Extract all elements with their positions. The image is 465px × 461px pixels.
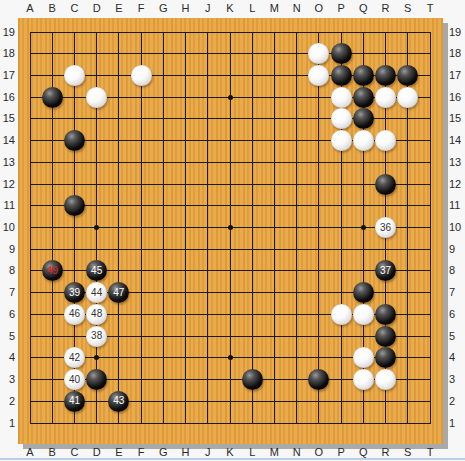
stone-D6: 48 <box>86 304 107 325</box>
stone-E7: 47 <box>108 282 129 303</box>
row-label-right-5: 5 <box>449 330 465 343</box>
stone-C17 <box>64 65 85 86</box>
col-label-top-L: L <box>242 2 262 15</box>
row-label-left-10: 10 <box>0 221 15 234</box>
stone-Q4 <box>353 347 374 368</box>
grid-line-vertical <box>141 32 142 424</box>
stone-Q14 <box>353 130 374 151</box>
grid-line-horizontal <box>30 423 431 424</box>
go-game-window: 3649453739444746483842404143 AABBCCDDEEF… <box>0 0 465 461</box>
stone-R4 <box>375 347 396 368</box>
row-label-right-18: 18 <box>449 47 465 60</box>
stone-P17 <box>331 65 352 86</box>
stone-Q3 <box>353 369 374 390</box>
row-label-left-2: 2 <box>0 395 15 408</box>
col-label-bottom-R: R <box>376 446 396 459</box>
col-label-top-S: S <box>398 2 418 15</box>
col-label-bottom-Q: Q <box>353 446 373 459</box>
stone-P15 <box>331 108 352 129</box>
stone-D3 <box>86 369 107 390</box>
stone-R10: 36 <box>375 217 396 238</box>
stone-D7: 44 <box>86 282 107 303</box>
stone-C11 <box>64 195 85 216</box>
stone-Q6 <box>353 304 374 325</box>
col-label-bottom-K: K <box>220 446 240 459</box>
stone-P14 <box>331 130 352 151</box>
stone-Q16 <box>353 87 374 108</box>
move-number: 44 <box>91 288 102 298</box>
stone-S17 <box>397 65 418 86</box>
stone-R6 <box>375 304 396 325</box>
stone-R14 <box>375 130 396 151</box>
col-label-bottom-F: F <box>131 446 151 459</box>
grid-line-vertical <box>118 32 119 424</box>
star-point-D4 <box>94 355 99 360</box>
move-number: 37 <box>380 266 391 276</box>
row-label-right-1: 1 <box>449 417 465 430</box>
star-point-D10 <box>94 225 99 230</box>
row-label-right-15: 15 <box>449 112 465 125</box>
col-label-bottom-H: H <box>176 446 196 459</box>
stone-C2: 41 <box>64 391 85 412</box>
row-label-right-9: 9 <box>449 243 465 256</box>
col-label-top-N: N <box>287 2 307 15</box>
col-label-top-H: H <box>176 2 196 15</box>
row-label-right-4: 4 <box>449 351 465 364</box>
move-number: 47 <box>113 288 124 298</box>
grid-line-vertical <box>296 32 297 424</box>
stone-R3 <box>375 369 396 390</box>
stone-Q15 <box>353 108 374 129</box>
star-point-K10 <box>228 225 233 230</box>
col-label-bottom-S: S <box>398 446 418 459</box>
row-label-right-10: 10 <box>449 221 465 234</box>
col-label-top-E: E <box>109 2 129 15</box>
stone-B8: 49 <box>42 260 63 281</box>
row-label-left-7: 7 <box>0 286 15 299</box>
move-number: 36 <box>380 223 391 233</box>
move-number: 42 <box>69 353 80 363</box>
stone-P16 <box>331 87 352 108</box>
col-label-bottom-A: A <box>20 446 40 459</box>
stone-Q17 <box>353 65 374 86</box>
star-point-Q10 <box>361 225 366 230</box>
row-label-left-9: 9 <box>0 243 15 256</box>
row-label-left-6: 6 <box>0 308 15 321</box>
col-label-bottom-M: M <box>264 446 284 459</box>
stone-O17 <box>308 65 329 86</box>
row-label-right-13: 13 <box>449 156 465 169</box>
stone-C6: 46 <box>64 304 85 325</box>
row-label-right-2: 2 <box>449 395 465 408</box>
grid-line-vertical <box>185 32 186 424</box>
row-label-left-8: 8 <box>0 264 15 277</box>
stone-D16 <box>86 87 107 108</box>
col-label-top-P: P <box>331 2 351 15</box>
col-label-top-F: F <box>131 2 151 15</box>
col-label-bottom-N: N <box>287 446 307 459</box>
col-label-bottom-J: J <box>198 446 218 459</box>
col-label-top-B: B <box>42 2 62 15</box>
row-label-right-3: 3 <box>449 373 465 386</box>
stone-D5: 38 <box>86 326 107 347</box>
row-label-right-8: 8 <box>449 264 465 277</box>
stone-C3: 40 <box>64 369 85 390</box>
stone-F17 <box>131 65 152 86</box>
col-label-bottom-E: E <box>109 446 129 459</box>
col-label-bottom-T: T <box>420 446 440 459</box>
stone-R8: 37 <box>375 260 396 281</box>
grid-line-vertical <box>430 32 431 424</box>
row-label-left-14: 14 <box>0 134 15 147</box>
stone-C14 <box>64 130 85 151</box>
grid-line-horizontal <box>30 205 431 206</box>
move-number: 49 <box>47 266 58 276</box>
col-label-top-A: A <box>20 2 40 15</box>
row-label-right-14: 14 <box>449 134 465 147</box>
stone-E2: 43 <box>108 391 129 412</box>
stone-O18 <box>308 43 329 64</box>
grid-line-vertical <box>207 32 208 424</box>
row-label-right-16: 16 <box>449 91 465 104</box>
row-label-right-6: 6 <box>449 308 465 321</box>
stone-C7: 39 <box>64 282 85 303</box>
row-label-left-18: 18 <box>0 47 15 60</box>
row-label-left-15: 15 <box>0 112 15 125</box>
star-point-K16 <box>228 95 233 100</box>
stone-L3 <box>242 369 263 390</box>
move-number: 40 <box>69 375 80 385</box>
move-number: 41 <box>69 396 80 406</box>
grid-line-horizontal <box>30 162 431 163</box>
stone-B16 <box>42 87 63 108</box>
row-label-left-3: 3 <box>0 373 15 386</box>
stone-P6 <box>331 304 352 325</box>
col-label-bottom-L: L <box>242 446 262 459</box>
row-label-left-1: 1 <box>0 417 15 430</box>
col-label-bottom-B: B <box>42 446 62 459</box>
stone-R17 <box>375 65 396 86</box>
move-number: 48 <box>91 309 102 319</box>
col-label-bottom-P: P <box>331 446 351 459</box>
stone-S16 <box>397 87 418 108</box>
stone-R16 <box>375 87 396 108</box>
col-label-top-M: M <box>264 2 284 15</box>
stone-R5 <box>375 326 396 347</box>
grid-line-horizontal <box>30 53 431 54</box>
grid-line-horizontal <box>30 32 431 33</box>
col-label-bottom-C: C <box>64 446 84 459</box>
stone-P18 <box>331 43 352 64</box>
grid-line-vertical <box>318 32 319 424</box>
row-label-left-17: 17 <box>0 69 15 82</box>
go-board[interactable]: 3649453739444746483842404143 <box>18 18 443 444</box>
grid-line-vertical <box>163 32 164 424</box>
grid-line-vertical <box>252 32 253 424</box>
grid-line-horizontal <box>30 184 431 185</box>
star-point-K4 <box>228 355 233 360</box>
row-label-right-7: 7 <box>449 286 465 299</box>
row-label-left-5: 5 <box>0 330 15 343</box>
col-label-top-O: O <box>309 2 329 15</box>
col-label-top-Q: Q <box>353 2 373 15</box>
row-label-left-19: 19 <box>0 26 15 39</box>
move-number: 38 <box>91 331 102 341</box>
col-label-bottom-O: O <box>309 446 329 459</box>
row-label-right-19: 19 <box>449 26 465 39</box>
col-label-bottom-D: D <box>87 446 107 459</box>
col-label-top-T: T <box>420 2 440 15</box>
row-label-right-11: 11 <box>449 199 465 212</box>
stone-R12 <box>375 174 396 195</box>
move-number: 43 <box>113 396 124 406</box>
stone-Q7 <box>353 282 374 303</box>
move-number: 45 <box>91 266 102 276</box>
row-label-left-11: 11 <box>0 199 15 212</box>
move-number: 46 <box>69 309 80 319</box>
col-label-top-D: D <box>87 2 107 15</box>
col-label-top-C: C <box>64 2 84 15</box>
row-label-right-12: 12 <box>449 178 465 191</box>
stone-C4: 42 <box>64 347 85 368</box>
row-label-right-17: 17 <box>449 69 465 82</box>
stone-D8: 45 <box>86 260 107 281</box>
grid-line-horizontal <box>30 401 431 402</box>
row-label-left-16: 16 <box>0 91 15 104</box>
row-label-left-12: 12 <box>0 178 15 191</box>
grid-line-vertical <box>274 32 275 424</box>
stone-O3 <box>308 369 329 390</box>
move-number: 39 <box>69 288 80 298</box>
col-label-top-K: K <box>220 2 240 15</box>
row-label-left-13: 13 <box>0 156 15 169</box>
col-label-bottom-G: G <box>153 446 173 459</box>
grid-line-horizontal <box>30 249 431 250</box>
col-label-top-G: G <box>153 2 173 15</box>
col-label-top-R: R <box>376 2 396 15</box>
row-label-left-4: 4 <box>0 351 15 364</box>
grid-line-vertical <box>30 32 31 424</box>
col-label-top-J: J <box>198 2 218 15</box>
